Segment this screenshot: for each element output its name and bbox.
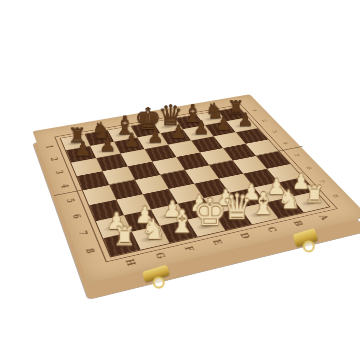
piece-light-rook: ♜ [113,225,136,251]
rank-label-left-4: 4 [59,183,71,188]
rank-label-right-3: 3 [270,129,281,133]
rank-label-left-5: 5 [64,198,76,204]
chess-board-3d: ♜♞♝♚♛♝♞♜♟♟♟♟♟♟♟♟♟♟♟♟♟♟♟♟♜♞♝♚♛♝♞♜ HGFEDCB… [33,94,360,283]
rank-label-left-6: 6 [70,213,82,219]
rank-label-right-1: 1 [250,109,260,113]
file-label-d: D [238,232,252,240]
piece-light-knight: ♞ [141,216,166,244]
file-label-b: B [291,220,305,227]
piece-dark-pawn: ♟ [170,122,187,141]
piece-light-king: ♚ [193,194,227,231]
file-label-g: G [153,251,167,259]
file-label-c: C [265,226,279,233]
file-label-e: E [210,239,224,246]
file-label-f: F [182,245,196,252]
rank-label-left-8: 8 [83,247,96,254]
board-frame: ♜♞♝♚♛♝♞♜♟♟♟♟♟♟♟♟♟♟♟♟♟♟♟♟♜♞♝♚♛♝♞♜ HGFEDCB… [33,94,360,283]
piece-dark-pawn: ♟ [74,139,91,159]
rank-label-right-5: 5 [292,153,303,157]
rank-label-left-7: 7 [77,230,90,237]
file-label-a: A [317,214,331,221]
piece-dark-pawn: ♟ [215,114,231,132]
piece-light-rook: ♜ [304,183,325,207]
piece-dark-pawn: ♟ [193,118,210,137]
piece-light-bishop: ♝ [168,206,196,237]
piece-dark-pawn: ♟ [123,131,140,150]
piece-dark-pawn: ♟ [147,126,164,145]
piece-light-knight: ♞ [278,187,302,213]
piece-dark-pawn: ♟ [237,111,253,129]
rank-label-right-2: 2 [260,119,270,123]
rank-label-left-2: 2 [49,157,60,162]
product-photo: ♜♞♝♚♛♝♞♜♟♟♟♟♟♟♟♟♟♟♟♟♟♟♟♟♜♞♝♚♛♝♞♜ HGFEDCB… [0,0,360,360]
rank-label-right-8: 8 [330,193,342,198]
file-label-h: H [123,258,137,267]
rank-label-left-3: 3 [54,170,65,175]
rank-label-right-4: 4 [281,141,292,145]
piece-light-bishop: ♝ [250,189,277,219]
piece-dark-pawn: ♟ [99,135,116,154]
rank-label-left-1: 1 [44,145,55,150]
